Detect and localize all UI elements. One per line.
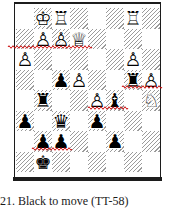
square-h4: ♘	[142, 90, 160, 111]
piece-black-pawn-f2: ♟	[106, 131, 123, 151]
square-e1	[88, 152, 106, 173]
square-a1	[16, 152, 34, 173]
piece-black-queen-c3: ♛	[52, 111, 69, 131]
square-b6	[34, 49, 52, 70]
piece-black-king-b1: ♚	[34, 152, 51, 172]
piece-black-pawn-e3: ♟	[88, 111, 105, 131]
square-e2	[88, 131, 106, 152]
square-a8	[16, 8, 34, 29]
spellcheck-squiggle	[88, 106, 125, 110]
square-c8: ♖	[52, 8, 70, 29]
square-h6	[142, 49, 160, 70]
board-bottom-border	[13, 177, 162, 181]
square-b1: ♚	[34, 152, 52, 173]
piece-black-pawn-c5: ♟	[52, 70, 69, 90]
square-b3	[34, 111, 52, 132]
square-f2: ♟	[106, 131, 124, 152]
diagram-caption: 21. Black to move (TT-58)	[0, 194, 173, 209]
piece-white-king-b8: ♔	[34, 8, 51, 28]
square-c1	[52, 152, 70, 173]
square-d8	[70, 8, 88, 29]
square-e8	[88, 8, 106, 29]
piece-white-pawn-g6: ♙	[124, 49, 141, 69]
square-a4	[16, 90, 34, 111]
piece-white-rook-c8: ♖	[52, 8, 69, 28]
square-c3: ♛	[52, 111, 70, 132]
piece-white-pawn-a6: ♙	[16, 49, 33, 69]
square-h3	[142, 111, 160, 132]
square-b8: ♔	[34, 8, 52, 29]
square-f6	[106, 49, 124, 70]
spellcheck-squiggle	[122, 85, 161, 89]
square-d6	[70, 49, 88, 70]
square-e3: ♟	[88, 111, 106, 132]
square-g6: ♙	[124, 49, 142, 70]
square-g8: ♖	[124, 8, 142, 29]
square-g2	[124, 131, 142, 152]
square-d3	[70, 111, 88, 132]
square-f8	[106, 8, 124, 29]
square-d5: ♙	[70, 70, 88, 91]
spellcheck-squiggle	[32, 147, 72, 151]
piece-white-rook-g8: ♖	[124, 8, 141, 28]
piece-white-knight-h4: ♘	[142, 90, 159, 110]
square-g4	[124, 90, 142, 111]
square-c4	[52, 90, 70, 111]
square-b5	[34, 70, 52, 91]
square-a5	[16, 70, 34, 91]
square-e6	[88, 49, 106, 70]
chess-diagram-page: ♔♖♖♙♙♕♙♙♟♙♜♙♜♙♝♘♟♛♟♟♟♟♚ 21. Black to mov…	[0, 0, 173, 215]
piece-black-pawn-a3: ♟	[16, 111, 33, 131]
square-a6: ♙	[16, 49, 34, 70]
board-top-border	[15, 2, 160, 4]
square-g3	[124, 111, 142, 132]
square-d1	[70, 152, 88, 173]
square-d4	[70, 90, 88, 111]
piece-white-pawn-d5: ♙	[70, 70, 87, 90]
spellcheck-squiggle	[8, 45, 90, 49]
square-f1	[106, 152, 124, 173]
square-e5	[88, 70, 106, 91]
piece-black-rook-b4: ♜	[34, 90, 51, 110]
square-f3	[106, 111, 124, 132]
square-g7	[124, 29, 142, 50]
square-c6	[52, 49, 70, 70]
square-b4: ♜	[34, 90, 52, 111]
board-right-border	[160, 2, 161, 181]
square-f7	[106, 29, 124, 50]
square-g1	[124, 152, 142, 173]
square-h1	[142, 152, 160, 173]
square-h8	[142, 8, 160, 29]
square-a3: ♟	[16, 111, 34, 132]
square-h7	[142, 29, 160, 50]
square-e7	[88, 29, 106, 50]
square-c5: ♟	[52, 70, 70, 91]
square-h2	[142, 131, 160, 152]
square-d2	[70, 131, 88, 152]
